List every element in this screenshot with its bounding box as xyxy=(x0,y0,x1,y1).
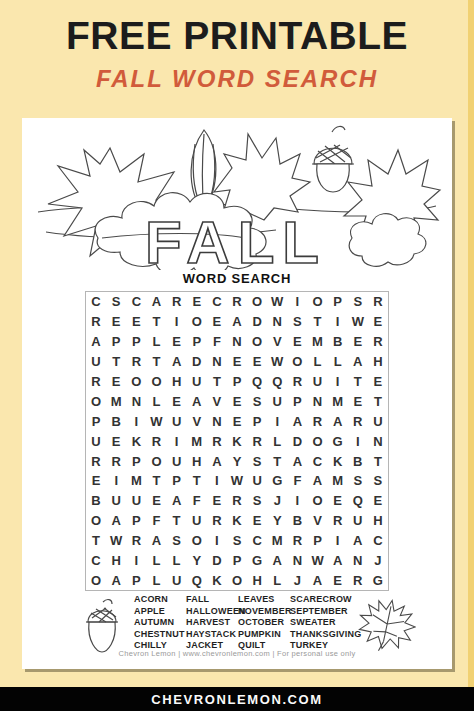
grid-cell-r5c10: Q xyxy=(267,372,287,392)
grid-cell-r4c7: N xyxy=(207,352,227,372)
grid-cell-r2c4: T xyxy=(146,312,166,332)
grid-cell-r10c1: E xyxy=(86,471,106,491)
grid-cell-r12c11: B xyxy=(287,511,307,531)
grid-cell-r1c6: E xyxy=(187,292,207,312)
grid-cell-r11c1: B xyxy=(86,491,106,511)
grid-cell-r13c6: O xyxy=(187,531,207,551)
grid-cell-r6c9: S xyxy=(247,391,267,411)
grid-cell-r9c6: H xyxy=(187,451,207,471)
word-column-4: SCARECROWSEPTEMBERSWEATERTHANKSGIVINGTUR… xyxy=(290,594,354,652)
grid-cell-r14c6: Y xyxy=(187,551,207,571)
grid-cell-r13c7: I xyxy=(207,531,227,551)
grid-cell-r8c2: E xyxy=(106,431,126,451)
grid-cell-r7c10: I xyxy=(267,411,287,431)
grid-cell-r6c8: E xyxy=(227,391,247,411)
grid-cell-r14c3: I xyxy=(126,551,146,571)
grid-cell-r13c9: C xyxy=(247,531,267,551)
grid-cell-r9c3: P xyxy=(126,451,146,471)
grid-cell-r10c13: M xyxy=(328,471,348,491)
grid-cell-r13c11: R xyxy=(287,531,307,551)
grid-cell-r1c14: S xyxy=(348,292,368,312)
pin-title: FREE PRINTABLE xyxy=(0,14,474,58)
word-list-item: APPLE xyxy=(134,606,186,618)
grid-cell-r8c7: R xyxy=(207,431,227,451)
word-list-item: SCARECROW xyxy=(290,594,354,606)
grid-cell-r2c15: E xyxy=(368,312,388,332)
grid-cell-r15c5: U xyxy=(167,570,187,590)
grid-cell-r8c4: R xyxy=(146,431,166,451)
grid-cell-r5c4: O xyxy=(146,372,166,392)
grid-cell-r6c13: M xyxy=(328,391,348,411)
grid-cell-r10c15: S xyxy=(368,471,388,491)
grid-cell-r10c5: P xyxy=(167,471,187,491)
grid-cell-r14c5: L xyxy=(167,551,187,571)
word-search-grid: CSCARECROWIOPSRREETIOEADNSTIWEAPPLEPFNOV… xyxy=(85,291,389,591)
grid-cell-r10c8: W xyxy=(227,471,247,491)
grid-cell-r6c5: E xyxy=(167,391,187,411)
grid-cell-r4c15: H xyxy=(368,352,388,372)
grid-cell-r6c3: N xyxy=(126,391,146,411)
word-list-item: HARVEST xyxy=(186,617,238,629)
fall-leaves-illustration: FALL xyxy=(32,120,442,270)
grid-cell-r4c8: E xyxy=(227,352,247,372)
grid-cell-r15c12: A xyxy=(307,570,327,590)
grid-cell-r5c6: U xyxy=(187,372,207,392)
grid-cell-r12c5: T xyxy=(167,511,187,531)
grid-cell-r8c8: K xyxy=(227,431,247,451)
grid-cell-r14c14: N xyxy=(348,551,368,571)
grid-cell-r11c9: S xyxy=(247,491,267,511)
grid-cell-r10c11: F xyxy=(287,471,307,491)
grid-cell-r8c10: L xyxy=(267,431,287,451)
grid-cell-r9c2: R xyxy=(106,451,126,471)
grid-cell-r12c8: K xyxy=(227,511,247,531)
grid-cell-r3c10: V xyxy=(267,332,287,352)
grid-cell-r9c7: A xyxy=(207,451,227,471)
acorn-icon xyxy=(82,596,122,654)
grid-cell-r2c7: E xyxy=(207,312,227,332)
grid-cell-r13c5: S xyxy=(167,531,187,551)
grid-cell-r12c3: P xyxy=(126,511,146,531)
grid-cell-r14c4: L xyxy=(146,551,166,571)
grid-cell-r15c9: H xyxy=(247,570,267,590)
grid-cell-r1c9: O xyxy=(247,292,267,312)
acorn-stem xyxy=(332,126,345,132)
grid-cell-r10c3: M xyxy=(126,471,146,491)
grid-cell-r6c12: N xyxy=(307,391,327,411)
grid-cell-r5c11: R xyxy=(287,372,307,392)
grid-cell-r1c8: R xyxy=(227,292,247,312)
printable-page: FALL WORD SEARCH CSCARECROWIOPSRREETIOEA… xyxy=(22,118,452,669)
grid-cell-r15c3: P xyxy=(126,570,146,590)
grid-cell-r7c8: E xyxy=(227,411,247,431)
credit-line: Chevron Lemon | www.chevronlemon.com | F… xyxy=(22,649,452,658)
grid-cell-r15c1: O xyxy=(86,570,106,590)
grid-cell-r4c5: A xyxy=(167,352,187,372)
grid-cell-r6c14: E xyxy=(348,391,368,411)
grid-cell-r13c3: R xyxy=(126,531,146,551)
grid-cell-r12c14: U xyxy=(348,511,368,531)
grid-cell-r15c15: G xyxy=(368,570,388,590)
pin-subtitle: FALL WORD SEARCH xyxy=(0,65,474,93)
grid-cell-r7c2: B xyxy=(106,411,126,431)
accent-strip xyxy=(468,0,474,687)
acorn-body xyxy=(317,164,350,192)
grid-cell-r9c10: T xyxy=(267,451,287,471)
grid-cell-r11c11: I xyxy=(287,491,307,511)
grid-cell-r6c15: T xyxy=(368,391,388,411)
grid-cell-r7c4: W xyxy=(146,411,166,431)
maple-leaf-icon xyxy=(358,596,416,654)
grid-cell-r3c1: A xyxy=(86,332,106,352)
grid-cell-r2c13: I xyxy=(328,312,348,332)
grid-cell-r11c13: E xyxy=(328,491,348,511)
grid-cell-r9c5: U xyxy=(167,451,187,471)
grid-cell-r6c11: P xyxy=(287,391,307,411)
grid-cell-r9c15: T xyxy=(368,451,388,471)
grid-cell-r6c4: L xyxy=(146,391,166,411)
grid-cell-r5c15: E xyxy=(368,372,388,392)
grid-cell-r3c8: N xyxy=(227,332,247,352)
grid-cell-r4c3: R xyxy=(126,352,146,372)
word-list-item: ACORN xyxy=(134,594,186,606)
grid-cell-r10c10: G xyxy=(267,471,287,491)
grid-cell-r12c1: O xyxy=(86,511,106,531)
grid-cell-r2c2: E xyxy=(106,312,126,332)
grid-cell-r10c9: U xyxy=(247,471,267,491)
word-list-item: CHESTNUT xyxy=(134,629,186,641)
grid-cell-r1c4: A xyxy=(146,292,166,312)
word-list-item: FALL xyxy=(186,594,238,606)
grid-cell-r1c1: C xyxy=(86,292,106,312)
grid-cell-r9c4: O xyxy=(146,451,166,471)
grid-cell-r11c5: A xyxy=(167,491,187,511)
grid-cell-r8c6: M xyxy=(187,431,207,451)
grid-cell-r15c11: J xyxy=(287,570,307,590)
grid-cell-r10c4: T xyxy=(146,471,166,491)
grid-cell-r8c1: U xyxy=(86,431,106,451)
grid-cell-r4c14: A xyxy=(348,352,368,372)
grid-cell-r6c7: V xyxy=(207,391,227,411)
grid-cell-r14c7: D xyxy=(207,551,227,571)
grid-cell-r7c15: U xyxy=(368,411,388,431)
grid-cell-r2c1: R xyxy=(86,312,106,332)
grid-cell-r12c6: U xyxy=(187,511,207,531)
word-list-item: NOVEMBER xyxy=(238,606,290,618)
word-column-3: LEAVESNOVEMBEROCTOBERPUMPKINQUILT xyxy=(238,594,290,652)
grid-cell-r9c1: R xyxy=(86,451,106,471)
grid-cell-r2c8: A xyxy=(227,312,247,332)
grid-cell-r12c9: E xyxy=(247,511,267,531)
grid-cell-r14c13: A xyxy=(328,551,348,571)
grid-cell-r13c15: C xyxy=(368,531,388,551)
grid-cell-r7c5: U xyxy=(167,411,187,431)
grid-cell-r13c1: T xyxy=(86,531,106,551)
grid-cell-r3c9: O xyxy=(247,332,267,352)
oak-leaf-right xyxy=(349,214,426,267)
grid-cell-r2c12: T xyxy=(307,312,327,332)
grid-cell-r6c1: O xyxy=(86,391,106,411)
grid-cell-r2c11: S xyxy=(287,312,307,332)
grid-cell-r6c10: U xyxy=(267,391,287,411)
grid-cell-r5c14: T xyxy=(348,372,368,392)
grid-cell-r4c11: O xyxy=(287,352,307,372)
grid-cell-r14c2: H xyxy=(106,551,126,571)
grid-cell-r4c9: E xyxy=(247,352,267,372)
grid-cell-r7c9: P xyxy=(247,411,267,431)
grid-cell-r8c14: I xyxy=(348,431,368,451)
grid-cell-r7c14: R xyxy=(348,411,368,431)
grid-cell-r10c14: S xyxy=(348,471,368,491)
grid-cell-r15c6: Q xyxy=(187,570,207,590)
grid-cell-r5c8: P xyxy=(227,372,247,392)
grid-cell-r13c2: W xyxy=(106,531,126,551)
grid-cell-r5c9: Q xyxy=(247,372,267,392)
grid-cell-r12c15: H xyxy=(368,511,388,531)
grid-cell-r1c15: R xyxy=(368,292,388,312)
grid-cell-r13c13: I xyxy=(328,531,348,551)
grid-cell-r12c13: R xyxy=(328,511,348,531)
grid-cell-r3c7: F xyxy=(207,332,227,352)
grid-cell-r3c15: R xyxy=(368,332,388,352)
grid-cell-r9c12: C xyxy=(307,451,327,471)
grid-cell-r15c7: K xyxy=(207,570,227,590)
grid-cell-r13c4: A xyxy=(146,531,166,551)
grid-cell-r1c3: C xyxy=(126,292,146,312)
grid-cell-r11c10: J xyxy=(267,491,287,511)
grid-cell-r12c10: Y xyxy=(267,511,287,531)
grid-cell-r9c9: S xyxy=(247,451,267,471)
grid-cell-r7c13: A xyxy=(328,411,348,431)
grid-cell-r2c9: D xyxy=(247,312,267,332)
word-list-item: LEAVES xyxy=(238,594,290,606)
grid-cell-r9c13: K xyxy=(328,451,348,471)
grid-cell-r8c3: K xyxy=(126,431,146,451)
word-column-1: ACORNAPPLEAUTUMNCHESTNUTCHILLY xyxy=(134,594,186,652)
grid-cell-r14c15: J xyxy=(368,551,388,571)
grid-cell-r3c11: E xyxy=(287,332,307,352)
grid-cell-r10c2: I xyxy=(106,471,126,491)
grid-cell-r3c2: P xyxy=(106,332,126,352)
grid-cell-r3c12: M xyxy=(307,332,327,352)
grid-cell-r7c3: I xyxy=(126,411,146,431)
word-list-item: SWEATER xyxy=(290,617,354,629)
grid-cell-r10c12: A xyxy=(307,471,327,491)
grid-cell-r11c8: R xyxy=(227,491,247,511)
grid-cell-r5c12: U xyxy=(307,372,327,392)
grid-cell-r9c8: Y xyxy=(227,451,247,471)
grid-cell-r9c14: B xyxy=(348,451,368,471)
grid-cell-r7c11: A xyxy=(287,411,307,431)
grid-cell-r13c10: M xyxy=(267,531,287,551)
word-search-label: WORD SEARCH xyxy=(22,271,452,286)
grid-cell-r15c13: E xyxy=(328,570,348,590)
grid-cell-r15c8: O xyxy=(227,570,247,590)
grid-cell-r4c10: W xyxy=(267,352,287,372)
grid-cell-r13c14: A xyxy=(348,531,368,551)
grid-cell-r2c6: O xyxy=(187,312,207,332)
grid-cell-r13c12: P xyxy=(307,531,327,551)
footer-bar: CHEVRONLEMON.COM xyxy=(0,687,474,711)
grid-cell-r11c4: E xyxy=(146,491,166,511)
grid-cell-r9c11: A xyxy=(287,451,307,471)
word-list: ACORNAPPLEAUTUMNCHESTNUTCHILLY FALLHALLO… xyxy=(82,594,416,654)
grid-cell-r6c6: A xyxy=(187,391,207,411)
grid-cell-r8c15: N xyxy=(368,431,388,451)
grid-cell-r5c5: H xyxy=(167,372,187,392)
word-list-item: HALLOWEEN xyxy=(186,606,238,618)
grid-cell-r11c14: Q xyxy=(348,491,368,511)
word-list-item: SEPTEMBER xyxy=(290,606,354,618)
grid-cell-r3c3: P xyxy=(126,332,146,352)
grid-cell-r4c13: L xyxy=(328,352,348,372)
grid-cell-r1c7: C xyxy=(207,292,227,312)
grid-cell-r14c11: N xyxy=(287,551,307,571)
grid-cell-r10c6: T xyxy=(187,471,207,491)
grid-cell-r12c4: F xyxy=(146,511,166,531)
grid-cell-r15c10: L xyxy=(267,570,287,590)
grid-cell-r15c4: L xyxy=(146,570,166,590)
grid-cell-r11c6: F xyxy=(187,491,207,511)
word-list-item: THANKSGIVING xyxy=(290,629,354,641)
grid-cell-r5c7: T xyxy=(207,372,227,392)
grid-cell-r12c2: A xyxy=(106,511,126,531)
grid-cell-r1c10: W xyxy=(267,292,287,312)
grid-cell-r7c1: P xyxy=(86,411,106,431)
grid-cell-r3c5: E xyxy=(167,332,187,352)
grid-cell-r2c3: E xyxy=(126,312,146,332)
grid-cell-r8c12: O xyxy=(307,431,327,451)
grid-cell-r1c5: R xyxy=(167,292,187,312)
grid-cell-r3c6: P xyxy=(187,332,207,352)
fall-outline-text: FALL xyxy=(145,209,327,270)
word-column-2: FALLHALLOWEENHARVESTHAYSTACKJACKET xyxy=(186,594,238,652)
grid-cell-r11c2: U xyxy=(106,491,126,511)
grid-cell-r4c1: U xyxy=(86,352,106,372)
grid-cell-r4c6: D xyxy=(187,352,207,372)
grid-cell-r3c14: E xyxy=(348,332,368,352)
pin-header: FREE PRINTABLE FALL WORD SEARCH xyxy=(0,14,474,93)
word-list-item: PUMPKIN xyxy=(238,629,290,641)
grid-cell-r13c8: S xyxy=(227,531,247,551)
grid-cell-r1c13: P xyxy=(328,292,348,312)
grid-cell-r15c14: R xyxy=(348,570,368,590)
grid-cell-r11c7: E xyxy=(207,491,227,511)
grid-cell-r12c12: V xyxy=(307,511,327,531)
word-list-item: HAYSTACK xyxy=(186,629,238,641)
grid-cell-r4c4: T xyxy=(146,352,166,372)
grid-cell-r2c14: W xyxy=(348,312,368,332)
grid-cell-r4c12: L xyxy=(307,352,327,372)
grid-cell-r8c9: R xyxy=(247,431,267,451)
word-list-item: AUTUMN xyxy=(134,617,186,629)
grid-cell-r5c3: O xyxy=(126,372,146,392)
grid-cell-r2c5: I xyxy=(167,312,187,332)
grid-cell-r5c13: I xyxy=(328,372,348,392)
grid-cell-r2c10: N xyxy=(267,312,287,332)
grid-cell-r3c4: L xyxy=(146,332,166,352)
grid-cell-r7c6: V xyxy=(187,411,207,431)
grid-cell-r14c8: P xyxy=(227,551,247,571)
grid-cell-r14c9: G xyxy=(247,551,267,571)
grid-cell-r1c2: S xyxy=(106,292,126,312)
grid-cell-r14c10: A xyxy=(267,551,287,571)
grid-cell-r12c7: R xyxy=(207,511,227,531)
grid-cell-r5c1: R xyxy=(86,372,106,392)
grid-cell-r5c2: E xyxy=(106,372,126,392)
grid-cell-r11c12: O xyxy=(307,491,327,511)
grid-cell-r7c7: N xyxy=(207,411,227,431)
grid-cell-r10c7: I xyxy=(207,471,227,491)
grid-cell-r14c1: C xyxy=(86,551,106,571)
grid-cell-r11c3: U xyxy=(126,491,146,511)
grid-cell-r4c2: T xyxy=(106,352,126,372)
grid-cell-r8c5: I xyxy=(167,431,187,451)
grid-cell-r7c12: R xyxy=(307,411,327,431)
grid-cell-r14c12: W xyxy=(307,551,327,571)
word-list-item: OCTOBER xyxy=(238,617,290,629)
grid-cell-r11c15: E xyxy=(368,491,388,511)
grid-cell-r8c13: G xyxy=(328,431,348,451)
grid-cell-r1c11: I xyxy=(287,292,307,312)
grid-cell-r8c11: D xyxy=(287,431,307,451)
grid-cell-r15c2: A xyxy=(106,570,126,590)
grid-cell-r1c12: O xyxy=(307,292,327,312)
grid-cell-r3c13: B xyxy=(328,332,348,352)
site-url: CHEVRONLEMON.COM xyxy=(151,692,323,707)
grid-cell-r6c2: M xyxy=(106,391,126,411)
